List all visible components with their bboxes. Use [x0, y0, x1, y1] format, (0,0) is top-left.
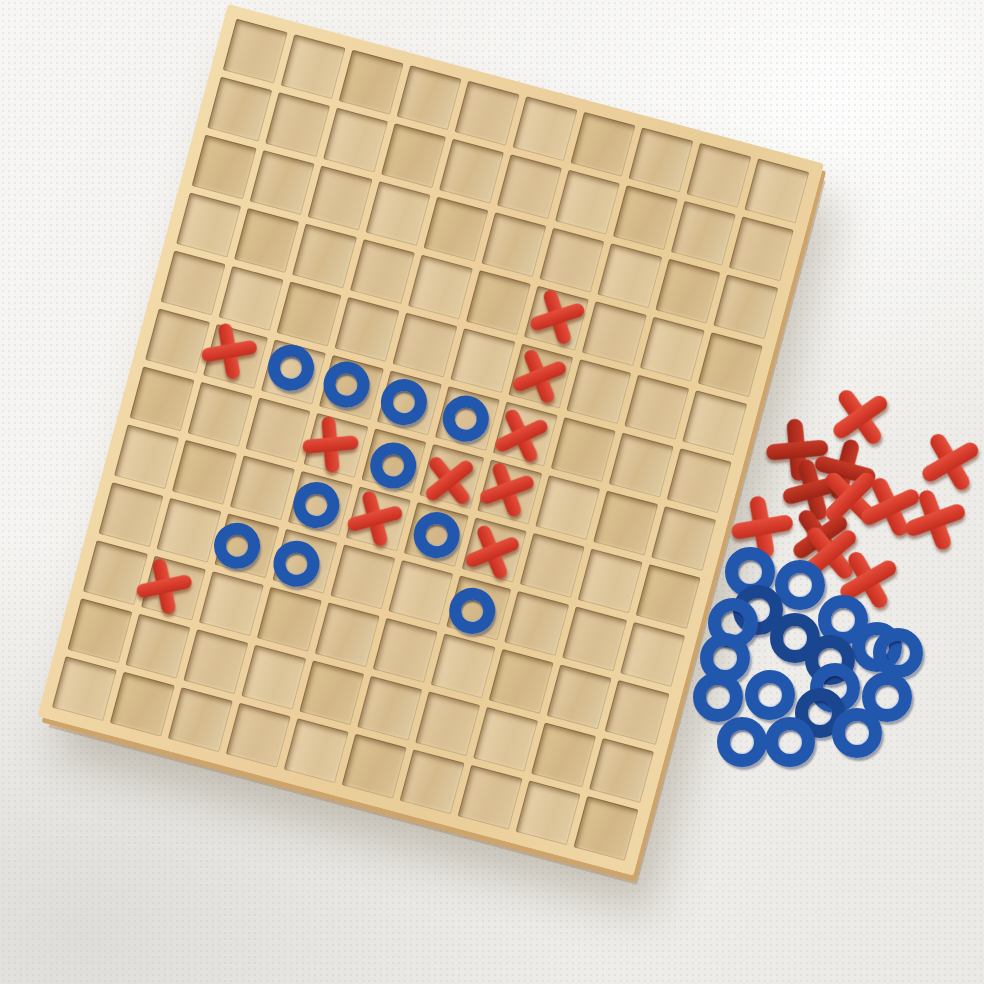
cell[interactable] [342, 734, 407, 799]
cell[interactable] [99, 482, 164, 547]
cell[interactable] [241, 645, 306, 710]
cell[interactable] [589, 738, 654, 803]
cell[interactable] [308, 166, 373, 231]
cell[interactable] [655, 259, 720, 324]
cell[interactable] [110, 672, 175, 737]
cell[interactable] [172, 440, 237, 505]
cell[interactable] [284, 718, 349, 783]
cell[interactable] [555, 170, 620, 235]
cell[interactable] [609, 433, 674, 498]
spare-o-ring[interactable] [765, 717, 815, 767]
cell[interactable] [578, 549, 643, 614]
cell[interactable] [605, 680, 670, 745]
cell[interactable] [397, 65, 462, 130]
cell[interactable] [455, 81, 520, 146]
cell[interactable] [183, 629, 248, 694]
cell[interactable] [176, 193, 241, 258]
cell[interactable] [281, 34, 346, 99]
cell[interactable] [651, 506, 716, 571]
x-piece-bar [302, 435, 359, 454]
cell[interactable] [234, 208, 299, 273]
scene [0, 0, 984, 984]
cell[interactable] [265, 92, 330, 157]
cell[interactable] [574, 796, 639, 861]
cell[interactable] [114, 424, 179, 489]
cell[interactable] [400, 749, 465, 814]
cell[interactable] [67, 598, 132, 663]
cell[interactable] [597, 243, 662, 308]
cell[interactable] [424, 197, 489, 262]
cell[interactable] [667, 448, 732, 513]
cell[interactable] [744, 158, 809, 223]
cell[interactable] [357, 676, 422, 741]
spare-o-ring[interactable] [717, 717, 767, 767]
cell[interactable] [388, 560, 453, 625]
cell[interactable] [473, 707, 538, 772]
cell[interactable] [381, 123, 446, 188]
cell[interactable] [323, 108, 388, 173]
cell[interactable] [192, 135, 257, 200]
cell[interactable] [686, 143, 751, 208]
cell[interactable] [188, 382, 253, 447]
cell[interactable] [520, 533, 585, 598]
cell[interactable] [223, 19, 288, 84]
cell[interactable] [392, 313, 457, 378]
cell[interactable] [52, 656, 117, 721]
cell[interactable] [350, 239, 415, 304]
cell[interactable] [130, 366, 195, 431]
cell[interactable] [531, 722, 596, 787]
cell[interactable] [339, 50, 404, 115]
spare-o-ring[interactable] [775, 560, 825, 610]
cell[interactable] [431, 633, 496, 698]
spare-o-ring[interactable] [693, 672, 743, 722]
cell[interactable] [535, 475, 600, 540]
cell[interactable] [373, 618, 438, 683]
spare-o-ring[interactable] [873, 628, 923, 678]
cell[interactable] [504, 591, 569, 656]
cell[interactable] [156, 498, 221, 563]
cell[interactable] [620, 622, 685, 687]
cell[interactable] [593, 491, 658, 556]
cell[interactable] [698, 332, 763, 397]
cell[interactable] [566, 359, 631, 424]
cell[interactable] [257, 587, 322, 652]
cell[interactable] [408, 255, 473, 320]
cell[interactable] [729, 216, 794, 281]
cell[interactable] [489, 649, 554, 714]
cell[interactable] [199, 571, 264, 636]
cell[interactable] [168, 687, 233, 752]
cell[interactable] [366, 181, 431, 246]
cell[interactable] [335, 297, 400, 362]
cell[interactable] [226, 703, 291, 768]
cell[interactable] [481, 212, 546, 277]
cell[interactable] [513, 96, 578, 161]
cell[interactable] [713, 274, 778, 339]
cell[interactable] [277, 282, 342, 347]
game-board [37, 4, 824, 876]
cell[interactable] [125, 614, 190, 679]
cell[interactable] [315, 602, 380, 667]
cell[interactable] [415, 691, 480, 756]
cell[interactable] [458, 765, 523, 830]
spare-o-ring[interactable] [832, 708, 882, 758]
cell[interactable] [562, 607, 627, 672]
cell[interactable] [636, 564, 701, 629]
cell[interactable] [624, 375, 689, 440]
cell[interactable] [671, 201, 736, 266]
cell[interactable] [207, 77, 272, 142]
cell[interactable] [292, 224, 357, 289]
cell[interactable] [161, 251, 226, 316]
cell[interactable] [682, 390, 747, 455]
cell[interactable] [571, 112, 636, 177]
cell[interactable] [439, 139, 504, 204]
board-grid [37, 4, 824, 876]
cell[interactable] [497, 154, 562, 219]
cell[interactable] [551, 417, 616, 482]
cell[interactable] [613, 185, 678, 250]
cell[interactable] [250, 150, 315, 215]
cell[interactable] [230, 455, 295, 520]
cell[interactable] [547, 665, 612, 730]
cell[interactable] [299, 660, 364, 725]
cell[interactable] [516, 780, 581, 845]
cell[interactable] [640, 317, 705, 382]
cell[interactable] [628, 127, 693, 192]
spare-o-ring[interactable] [745, 670, 795, 720]
